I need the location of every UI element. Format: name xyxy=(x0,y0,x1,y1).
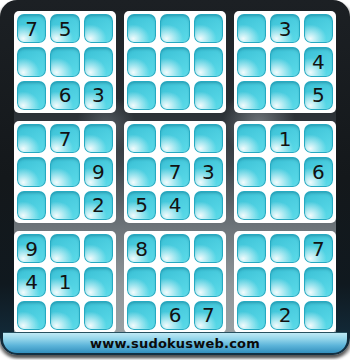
cell-r9c4[interactable] xyxy=(127,301,156,330)
cell-r7c9[interactable]: 7 xyxy=(304,234,333,263)
cell-r7c5[interactable] xyxy=(160,234,189,263)
cell-r6c5[interactable]: 4 xyxy=(160,191,189,220)
cell-r7c3[interactable] xyxy=(84,234,113,263)
cell-r5c3[interactable]: 9 xyxy=(84,157,113,186)
cell-r5c8[interactable] xyxy=(270,157,299,186)
cell-r7c4[interactable]: 8 xyxy=(127,234,156,263)
cell-r3c1[interactable] xyxy=(17,81,46,110)
box-8: 867 xyxy=(124,231,226,333)
cell-r8c1[interactable]: 4 xyxy=(17,267,46,296)
cell-r1c6[interactable] xyxy=(194,14,223,43)
cell-r9c9[interactable] xyxy=(304,301,333,330)
cell-r1c8[interactable]: 3 xyxy=(270,14,299,43)
box-5: 7354 xyxy=(124,121,226,223)
box-4: 792 xyxy=(14,121,116,223)
cell-r4c3[interactable] xyxy=(84,124,113,153)
cell-r1c7[interactable] xyxy=(237,14,266,43)
cell-r4c1[interactable] xyxy=(17,124,46,153)
site-url-label[interactable]: www.sudokusweb.com xyxy=(90,336,260,351)
cell-r8c9[interactable] xyxy=(304,267,333,296)
cell-r8c7[interactable] xyxy=(237,267,266,296)
cell-r4c9[interactable] xyxy=(304,124,333,153)
cell-r1c2[interactable]: 5 xyxy=(50,14,79,43)
cell-r5c2[interactable] xyxy=(50,157,79,186)
cell-r2c9[interactable]: 4 xyxy=(304,47,333,76)
cell-r7c8[interactable] xyxy=(270,234,299,263)
cell-r4c2[interactable]: 7 xyxy=(50,124,79,153)
box-3: 345 xyxy=(234,11,336,113)
cell-r2c5[interactable] xyxy=(160,47,189,76)
box-2 xyxy=(124,11,226,113)
cell-r6c7[interactable] xyxy=(237,191,266,220)
cell-r3c4[interactable] xyxy=(127,81,156,110)
cell-r1c1[interactable]: 7 xyxy=(17,14,46,43)
cell-r5c1[interactable] xyxy=(17,157,46,186)
cell-r3c5[interactable] xyxy=(160,81,189,110)
cell-r9c2[interactable] xyxy=(50,301,79,330)
cell-r5c6[interactable]: 3 xyxy=(194,157,223,186)
cell-r4c7[interactable] xyxy=(237,124,266,153)
cell-r5c7[interactable] xyxy=(237,157,266,186)
cell-r2c4[interactable] xyxy=(127,47,156,76)
cell-r9c3[interactable] xyxy=(84,301,113,330)
box-7: 941 xyxy=(14,231,116,333)
cell-r8c2[interactable]: 1 xyxy=(50,267,79,296)
sudoku-grid: 756334579273541694186772 xyxy=(14,11,336,333)
cell-r3c8[interactable] xyxy=(270,81,299,110)
cell-r7c1[interactable]: 9 xyxy=(17,234,46,263)
box-9: 72 xyxy=(234,231,336,333)
cell-r6c2[interactable] xyxy=(50,191,79,220)
sudoku-board: 756334579273541694186772 www.sudokusweb.… xyxy=(0,0,350,360)
box-6: 16 xyxy=(234,121,336,223)
cell-r2c1[interactable] xyxy=(17,47,46,76)
box-1: 7563 xyxy=(14,11,116,113)
cell-r2c7[interactable] xyxy=(237,47,266,76)
cell-r3c2[interactable]: 6 xyxy=(50,81,79,110)
cell-r7c7[interactable] xyxy=(237,234,266,263)
cell-r4c8[interactable]: 1 xyxy=(270,124,299,153)
cell-r6c8[interactable] xyxy=(270,191,299,220)
cell-r6c1[interactable] xyxy=(17,191,46,220)
cell-r2c8[interactable] xyxy=(270,47,299,76)
cell-r7c6[interactable] xyxy=(194,234,223,263)
cell-r9c8[interactable]: 2 xyxy=(270,301,299,330)
cell-r3c6[interactable] xyxy=(194,81,223,110)
cell-r8c4[interactable] xyxy=(127,267,156,296)
cell-r6c6[interactable] xyxy=(194,191,223,220)
cell-r9c5[interactable]: 6 xyxy=(160,301,189,330)
cell-r6c3[interactable]: 2 xyxy=(84,191,113,220)
cell-r3c9[interactable]: 5 xyxy=(304,81,333,110)
cell-r8c3[interactable] xyxy=(84,267,113,296)
cell-r2c6[interactable] xyxy=(194,47,223,76)
footer-band: www.sudokusweb.com xyxy=(3,332,347,353)
cell-r5c5[interactable]: 7 xyxy=(160,157,189,186)
cell-r9c6[interactable]: 7 xyxy=(194,301,223,330)
cell-r1c9[interactable] xyxy=(304,14,333,43)
cell-r8c6[interactable] xyxy=(194,267,223,296)
cell-r6c4[interactable]: 5 xyxy=(127,191,156,220)
cell-r3c7[interactable] xyxy=(237,81,266,110)
cell-r5c9[interactable]: 6 xyxy=(304,157,333,186)
cell-r6c9[interactable] xyxy=(304,191,333,220)
cell-r1c5[interactable] xyxy=(160,14,189,43)
cell-r9c7[interactable] xyxy=(237,301,266,330)
cell-r7c2[interactable] xyxy=(50,234,79,263)
cell-r1c4[interactable] xyxy=(127,14,156,43)
cell-r8c5[interactable] xyxy=(160,267,189,296)
cell-r2c3[interactable] xyxy=(84,47,113,76)
cell-r2c2[interactable] xyxy=(50,47,79,76)
cell-r4c6[interactable] xyxy=(194,124,223,153)
cell-r4c4[interactable] xyxy=(127,124,156,153)
cell-r1c3[interactable] xyxy=(84,14,113,43)
cell-r5c4[interactable] xyxy=(127,157,156,186)
cell-r3c3[interactable]: 3 xyxy=(84,81,113,110)
cell-r9c1[interactable] xyxy=(17,301,46,330)
cell-r4c5[interactable] xyxy=(160,124,189,153)
cell-r8c8[interactable] xyxy=(270,267,299,296)
